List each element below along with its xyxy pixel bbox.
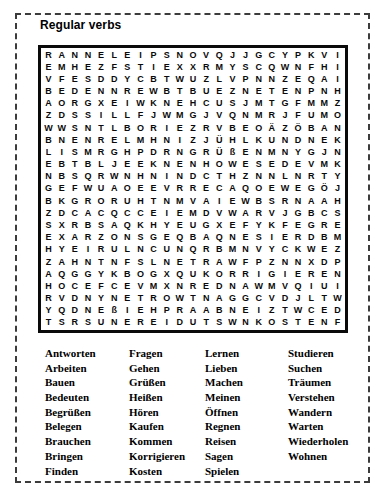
grid-cell-r14c22: C [318,207,331,219]
grid-cell-r16c12: B [186,232,199,244]
grid-cell-r23c18: O [265,317,278,329]
grid-cell-r1c13: V [200,49,213,61]
word-column-2: FragenGehenGrüßenHeißenHörenKaufenKommen… [129,346,185,478]
grid-cell-r8c21: N [305,134,318,146]
grid-cell-r15c4: B [81,219,94,231]
word-list-item: Bedeuten [45,390,96,405]
grid-cell-r7c4: N [81,122,94,134]
grid-cell-r16c13: A [200,232,213,244]
grid-cell-r4c14: E [213,86,226,98]
grid-cell-r15c19: F [278,219,291,231]
grid-cell-r15c23: E [331,219,344,231]
word-list-item: Hören [129,405,185,420]
grid-cell-r12c3: F [68,183,81,195]
grid-cell-r12c22: Ö [318,183,331,195]
grid-cell-r4c8: E [134,86,147,98]
grid-cell-r22c2: Q [55,305,68,317]
grid-cell-r1c7: E [121,49,134,61]
grid-cell-r19c15: R [226,268,239,280]
grid-cell-r6c2: D [55,110,68,122]
grid-cell-r17c3: E [68,244,81,256]
grid-cell-r4c20: N [291,86,304,98]
grid-cell-r18c3: H [68,256,81,268]
grid-cell-r1c14: Q [213,49,226,61]
grid-cell-r8c14: Ü [213,134,226,146]
grid-cell-r22c19: T [278,305,291,317]
grid-cell-r17c5: R [95,244,108,256]
grid-cell-r14c5: C [95,207,108,219]
grid-cell-r6c8: F [134,110,147,122]
grid-cell-r1c19: Y [278,49,291,61]
grid-cell-r3c2: F [55,73,68,85]
grid-cell-r9c6: G [108,146,121,158]
grid-cell-r4c9: W [147,86,160,98]
grid-cell-r13c18: S [265,195,278,207]
grid-cell-r3c16: P [239,73,252,85]
grid-cell-r14c14: V [213,207,226,219]
grid-cell-r13c13: A [200,195,213,207]
grid-cell-r16c20: R [291,232,304,244]
grid-cell-r22c15: N [226,305,239,317]
grid-cell-r5c3: R [68,98,81,110]
grid-cell-r13c15: E [226,195,239,207]
grid-cell-r5c13: C [200,98,213,110]
grid-cell-r20c3: C [68,280,81,292]
grid-cell-r9c18: M [265,146,278,158]
word-list-item: Suchen [288,361,348,376]
grid-cell-r8c19: N [278,134,291,146]
grid-cell-r8c9: H [147,134,160,146]
grid-cell-r10c18: E [265,159,278,171]
grid-cell-r5c23: Z [331,98,344,110]
grid-cell-r2c15: Y [226,61,239,73]
grid-cell-r6c19: J [278,110,291,122]
grid-cell-r19c10: X [160,268,173,280]
grid-cell-r13c7: U [121,195,134,207]
grid-cell-r14c3: C [68,207,81,219]
grid-cell-r11c3: S [68,171,81,183]
grid-cell-r6c15: Q [226,110,239,122]
grid-cell-r5c17: M [252,98,265,110]
grid-cell-r21c10: O [160,292,173,304]
grid-cell-r8c23: K [331,134,344,146]
grid-cell-r7c3: S [68,122,81,134]
grid-cell-r2c23: I [331,61,344,73]
grid-cell-r5c6: E [108,98,121,110]
grid-cell-r3c6: D [108,73,121,85]
grid-cell-r5c10: N [160,98,173,110]
word-list-item: Lieben [205,361,243,376]
grid-cell-r17c7: L [121,244,134,256]
grid-cell-r21c15: G [226,292,239,304]
word-list-item: Warten [288,419,348,434]
grid-cell-r20c7: E [121,280,134,292]
grid-cell-r4c2: E [55,86,68,98]
grid-cell-r2c1: E [42,61,55,73]
grid-cell-r15c14: X [213,219,226,231]
grid-cell-r13c20: N [291,195,304,207]
grid-cell-r3c17: N [252,73,265,85]
grid-cell-r14c20: G [291,207,304,219]
grid-cell-r20c14: D [213,280,226,292]
grid-cell-r2c21: F [305,61,318,73]
grid-cell-r2c14: M [213,61,226,73]
grid-cell-r1c20: P [291,49,304,61]
grid-cell-r11c2: B [55,171,68,183]
grid-cell-r8c3: E [68,134,81,146]
grid-cell-r23c23: F [331,317,344,329]
grid-cell-r23c15: W [226,317,239,329]
grid-cell-r23c17: K [252,317,265,329]
word-list-item: Machen [205,375,243,390]
grid-cell-r21c12: T [186,292,199,304]
grid-cell-r19c22: E [318,268,331,280]
grid-cell-r10c1: E [42,159,55,171]
grid-cell-r2c20: N [291,61,304,73]
word-list-item: Korrigieren [129,449,185,464]
grid-cell-r4c22: N [318,86,331,98]
grid-cell-r6c20: F [291,110,304,122]
grid-cell-r16c4: R [81,232,94,244]
grid-cell-r12c17: O [252,183,265,195]
grid-cell-r5c5: X [95,98,108,110]
grid-cell-r23c14: S [213,317,226,329]
grid-cell-r11c7: N [121,171,134,183]
grid-cell-r11c19: L [278,171,291,183]
grid-cell-r23c10: I [160,317,173,329]
grid-cell-r21c7: E [121,292,134,304]
grid-cell-r22c11: R [173,305,186,317]
grid-cell-r14c12: M [186,207,199,219]
grid-cell-r18c20: N [291,256,304,268]
grid-cell-r20c5: F [95,280,108,292]
grid-cell-r7c13: R [200,122,213,134]
grid-cell-r17c6: U [108,244,121,256]
grid-cell-r13c21: A [305,195,318,207]
grid-cell-r13c17: B [252,195,265,207]
grid-cell-r4c11: T [173,86,186,98]
grid-cell-r19c17: I [252,268,265,280]
grid-cell-r14c1: Z [42,207,55,219]
grid-cell-r17c10: U [160,244,173,256]
grid-cell-r3c22: A [318,73,331,85]
grid-cell-r19c2: Q [55,268,68,280]
grid-cell-r4c10: B [160,86,173,98]
grid-cell-r18c17: P [252,256,265,268]
grid-cell-r7c6: L [108,122,121,134]
grid-cell-r2c19: W [278,61,291,73]
grid-cell-r18c7: F [121,256,134,268]
grid-cell-r15c8: K [134,219,147,231]
grid-cell-r5c19: G [278,98,291,110]
grid-cell-r2c5: Z [95,61,108,73]
grid-cell-r7c19: Z [278,122,291,134]
word-list-item: Arbeiten [45,361,96,376]
grid-cell-r16c1: E [42,232,55,244]
grid-cell-r22c3: D [68,305,81,317]
grid-cell-r15c6: A [108,219,121,231]
grid-cell-r3c21: Q [305,73,318,85]
grid-cell-r6c1: Z [42,110,55,122]
grid-cell-r9c15: ß [226,146,239,158]
grid-cell-r13c4: R [81,195,94,207]
grid-cell-r23c16: N [239,317,252,329]
word-list-item: Regnen [205,419,243,434]
grid-cell-r15c12: U [186,219,199,231]
grid-cell-r12c11: R [173,183,186,195]
grid-cell-r21c14: A [213,292,226,304]
grid-cell-r22c14: B [213,305,226,317]
grid-cell-r2c4: E [81,61,94,73]
grid-cell-r21c13: N [200,292,213,304]
grid-cell-r22c5: E [95,305,108,317]
grid-cell-r23c22: N [318,317,331,329]
grid-cell-r16c8: S [134,232,147,244]
grid-cell-r7c23: N [331,122,344,134]
grid-cell-r13c2: K [55,195,68,207]
grid-cell-r21c3: D [68,292,81,304]
grid-cell-r8c10: N [160,134,173,146]
grid-cell-r3c8: C [134,73,147,85]
grid-cell-r5c4: G [81,98,94,110]
grid-cell-r5c2: O [55,98,68,110]
grid-cell-r19c7: B [121,268,134,280]
grid-cell-r17c4: I [81,244,94,256]
grid-cell-r13c23: H [331,195,344,207]
grid-cell-r2c8: T [134,61,147,73]
grid-cell-r12c1: G [42,183,55,195]
grid-cell-r21c21: L [305,292,318,304]
grid-cell-r16c16: E [239,232,252,244]
grid-cell-r6c22: M [318,110,331,122]
grid-cell-r1c2: A [55,49,68,61]
grid-cell-r21c6: N [108,292,121,304]
grid-cell-r8c17: K [252,134,265,146]
grid-cell-r22c9: H [147,305,160,317]
grid-cell-r11c17: N [252,171,265,183]
grid-cell-r3c10: T [160,73,173,85]
word-column-4: StudierenSuchenTräumenVerstehenWandernWa… [288,346,348,464]
grid-cell-r17c22: E [318,244,331,256]
grid-cell-r4c6: N [108,86,121,98]
grid-cell-r3c1: V [42,73,55,85]
grid-cell-r16c21: D [305,232,318,244]
grid-cell-r6c18: R [265,110,278,122]
grid-cell-r1c6: L [108,49,121,61]
grid-cell-r22c13: A [200,305,213,317]
grid-cell-r21c1: R [42,292,55,304]
grid-cell-r7c2: W [55,122,68,134]
grid-cell-r3c11: W [173,73,186,85]
worksheet-page: Regular verbs RANNELEIPSNOVQJJGCYPKVIEMH… [0,0,386,500]
grid-cell-r18c14: A [213,256,226,268]
grid-cell-r6c14: V [213,110,226,122]
grid-cell-r1c15: J [226,49,239,61]
grid-cell-r14c6: Q [108,207,121,219]
word-list-item: Reisen [205,434,243,449]
grid-cell-r11c21: R [305,171,318,183]
word-list-item: Sagen [205,449,243,464]
grid-cell-r1c9: P [147,49,160,61]
grid-cell-r2c12: X [186,61,199,73]
grid-cell-r11c22: T [318,171,331,183]
grid-cell-r9c21: G [305,146,318,158]
grid-cell-r4c23: H [331,86,344,98]
grid-cell-r18c15: W [226,256,239,268]
grid-cell-r10c23: K [331,159,344,171]
grid-cell-r8c13: J [200,134,213,146]
grid-cell-r7c5: T [95,122,108,134]
grid-cell-r9c14: Ü [213,146,226,158]
grid-cell-r5c1: A [42,98,55,110]
grid-cell-r3c19: Z [278,73,291,85]
grid-cell-r14c21: B [305,207,318,219]
grid-cell-r8c1: B [42,134,55,146]
word-list-item: Meinen [205,390,243,405]
grid-cell-r14c10: I [160,207,173,219]
grid-cell-r23c13: T [200,317,213,329]
grid-cell-r3c7: Y [121,73,134,85]
grid-cell-r1c18: C [265,49,278,61]
grid-cell-r18c10: N [160,256,173,268]
grid-cell-r12c14: C [213,183,226,195]
grid-cell-r1c21: K [305,49,318,61]
grid-cell-r16c2: X [55,232,68,244]
grid-cell-r20c19: V [278,280,291,292]
grid-cell-r9c10: R [160,146,173,158]
grid-cell-r10c21: V [305,159,318,171]
grid-cell-r17c16: N [239,244,252,256]
grid-cell-r19c1: A [42,268,55,280]
grid-cell-r8c16: L [239,134,252,146]
grid-cell-r9c7: H [121,146,134,158]
word-list-item: Kommen [129,434,185,449]
grid-cell-r21c4: N [81,292,94,304]
grid-cell-r23c11: D [173,317,186,329]
grid-cell-r7c11: E [173,122,186,134]
grid-cell-r15c5: S [95,219,108,231]
grid-cell-r10c20: E [291,159,304,171]
word-list-item: Wiederholen [288,434,348,449]
grid-cell-r20c8: V [134,280,147,292]
grid-cell-r11c11: N [173,171,186,183]
grid-cell-r10c14: O [213,159,226,171]
grid-cell-r13c16: W [239,195,252,207]
grid-cell-r21c18: V [265,292,278,304]
grid-cell-r3c5: D [95,73,108,85]
grid-cell-r1c23: I [331,49,344,61]
grid-cell-r23c8: R [134,317,147,329]
grid-cell-r20c15: N [226,280,239,292]
grid-cell-r20c9: M [147,280,160,292]
grid-cell-r7c14: V [213,122,226,134]
word-list-item: Gehen [129,361,185,376]
grid-cell-r7c12: Z [186,122,199,134]
grid-cell-r15c13: G [200,219,213,231]
grid-cell-r20c10: X [160,280,173,292]
grid-cell-r8c8: M [134,134,147,146]
grid-cell-r18c6: N [108,256,121,268]
grid-cell-r13c1: B [42,195,55,207]
grid-cell-r4c12: B [186,86,199,98]
grid-cell-r6c17: M [252,110,265,122]
grid-cell-r21c5: Y [95,292,108,304]
grid-cell-r9c1: L [42,146,55,158]
grid-cell-r11c5: R [95,171,108,183]
grid-cell-r19c13: K [200,268,213,280]
grid-cell-r14c23: S [331,207,344,219]
grid-cell-r2c13: R [200,61,213,73]
grid-cell-r2c18: Q [265,61,278,73]
grid-cell-r15c2: X [55,219,68,231]
grid-cell-r13c11: M [173,195,186,207]
grid-cell-r1c17: G [252,49,265,61]
grid-cell-r2c16: S [239,61,252,73]
grid-cell-r10c12: N [186,159,199,171]
grid-cell-r22c20: W [291,305,304,317]
grid-cell-r19c23: N [331,268,344,280]
grid-cell-r13c14: I [213,195,226,207]
grid-cell-r18c8: S [134,256,147,268]
grid-cell-r15c17: Y [252,219,265,231]
grid-cell-r23c3: R [68,317,81,329]
grid-cell-r20c1: H [42,280,55,292]
grid-cell-r6c6: L [108,110,121,122]
grid-cell-r10c8: E [134,159,147,171]
grid-cell-r11c8: H [134,171,147,183]
word-column-3: LernenLiebenMachenMeinenÖffnenRegnenReis… [205,346,243,478]
grid-cell-r12c8: E [134,183,147,195]
grid-cell-r1c22: V [318,49,331,61]
grid-cell-r16c9: G [147,232,160,244]
grid-cell-r8c11: I [173,134,186,146]
grid-cell-r13c19: R [278,195,291,207]
grid-cell-r11c15: H [226,171,239,183]
grid-cell-r10c9: K [147,159,160,171]
grid-cell-r17c19: C [278,244,291,256]
grid-cell-r11c9: N [147,171,160,183]
grid-cell-r11c14: T [213,171,226,183]
grid-cell-r22c16: E [239,305,252,317]
grid-cell-r19c8: O [134,268,147,280]
word-list-item: Spielen [205,464,243,479]
grid-cell-r10c10: N [160,159,173,171]
grid-cell-r20c2: O [55,280,68,292]
grid-cell-r15c9: H [147,219,160,231]
grid-cell-r19c12: U [186,268,199,280]
grid-cell-r19c11: Q [173,268,186,280]
grid-cell-r16c14: Q [213,232,226,244]
word-search-grid: RANNELEIPSNOVQJJGCYPKVIEMHEZFSTIEXXRMYSC… [38,45,348,333]
grid-cell-r5c18: T [265,98,278,110]
grid-cell-r4c4: E [81,86,94,98]
grid-cell-r20c17: W [252,280,265,292]
grid-cell-r2c3: H [68,61,81,73]
grid-cell-r12c7: O [121,183,134,195]
grid-cell-r19c4: G [81,268,94,280]
grid-cell-r5c21: M [305,98,318,110]
grid-cell-r18c12: T [186,256,199,268]
grid-cell-r19c16: R [239,268,252,280]
grid-cell-r14c18: V [265,207,278,219]
grid-cell-r7c1: W [42,122,55,134]
grid-cell-r14c8: C [134,207,147,219]
grid-cell-r12c21: G [305,183,318,195]
grid-cell-r23c4: S [81,317,94,329]
grid-cell-r7c22: A [318,122,331,134]
grid-cell-r1c5: E [95,49,108,61]
word-list-item: Finden [45,464,96,479]
